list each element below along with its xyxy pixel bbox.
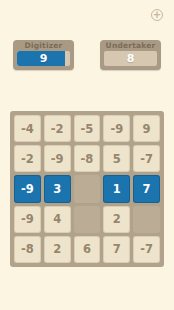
player-panels: Digitizer 9 Undertaker 8 bbox=[0, 40, 174, 70]
grid-cell-r2c1[interactable]: -2 bbox=[14, 145, 41, 172]
grid-cell-r5c4[interactable]: 7 bbox=[103, 236, 130, 263]
grid-cell-r3c2[interactable]: 3 bbox=[44, 175, 71, 202]
plus-icon: + bbox=[153, 10, 161, 20]
grid-cell-r3c3 bbox=[74, 175, 101, 202]
grid-cell-r3c1[interactable]: -9 bbox=[14, 175, 41, 202]
grid-cell-r2c3[interactable]: -8 bbox=[74, 145, 101, 172]
grid-cell-r5c5[interactable]: -7 bbox=[133, 236, 160, 263]
grid-cell-r4c4[interactable]: 2 bbox=[103, 206, 130, 233]
grid-cell-r2c5[interactable]: -7 bbox=[133, 145, 160, 172]
score-slot-digitizer: 9 bbox=[17, 51, 70, 66]
player-panel-undertaker: Undertaker 8 bbox=[100, 40, 161, 70]
grid-cell-r4c3 bbox=[74, 206, 101, 233]
grid-cell-r1c4[interactable]: -9 bbox=[103, 115, 130, 142]
grid-cell-r2c4[interactable]: 5 bbox=[103, 145, 130, 172]
grid-cell-r3c4[interactable]: 1 bbox=[103, 175, 130, 202]
score-value-undertaker: 8 bbox=[104, 51, 157, 66]
player-name-undertaker: Undertaker bbox=[100, 40, 161, 50]
player-panel-digitizer: Digitizer 9 bbox=[13, 40, 74, 70]
grid-cell-r1c1[interactable]: -4 bbox=[14, 115, 41, 142]
grid-cell-r1c2[interactable]: -2 bbox=[44, 115, 71, 142]
grid-cell-r4c5 bbox=[133, 206, 160, 233]
grid-cell-r5c2[interactable]: 2 bbox=[44, 236, 71, 263]
score-slot-undertaker: 8 bbox=[104, 51, 157, 66]
player-name-digitizer: Digitizer bbox=[13, 40, 74, 50]
grid-cell-r5c3[interactable]: 6 bbox=[74, 236, 101, 263]
grid-cell-r2c2[interactable]: -9 bbox=[44, 145, 71, 172]
game-screen: + Digitizer 9 Undertaker 8 -4-2-5-99-2-9… bbox=[0, 0, 174, 310]
plus-button[interactable]: + bbox=[151, 9, 163, 21]
grid-cell-r5c1[interactable]: -8 bbox=[14, 236, 41, 263]
grid-cell-r3c5[interactable]: 7 bbox=[133, 175, 160, 202]
grid-cell-r4c2[interactable]: 4 bbox=[44, 206, 71, 233]
number-grid-board: -4-2-5-99-2-9-85-7-9317-942-8267-7 bbox=[10, 111, 164, 267]
grid-cell-r1c3[interactable]: -5 bbox=[74, 115, 101, 142]
grid-cell-r1c5[interactable]: 9 bbox=[133, 115, 160, 142]
score-value-digitizer: 9 bbox=[17, 51, 70, 66]
grid-cell-r4c1[interactable]: -9 bbox=[14, 206, 41, 233]
